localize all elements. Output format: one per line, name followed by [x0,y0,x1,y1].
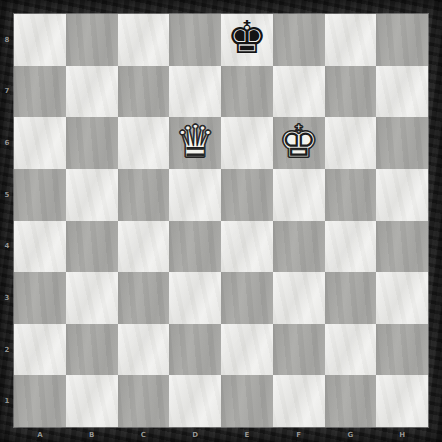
white-queen[interactable]: ♛ [175,119,215,164]
square-a8[interactable] [14,14,66,66]
square-h2[interactable] [376,324,428,376]
file-labels: ABCDEFGH [14,427,428,442]
square-b4[interactable] [66,221,118,273]
square-e5[interactable] [221,169,273,221]
square-g8[interactable] [325,14,377,66]
square-f3[interactable] [273,272,325,324]
square-a3[interactable] [14,272,66,324]
square-e4[interactable] [221,221,273,273]
square-h3[interactable] [376,272,428,324]
square-b8[interactable] [66,14,118,66]
square-c1[interactable] [118,375,170,427]
square-g7[interactable] [325,66,377,118]
rank-label-5: 5 [0,169,14,221]
square-g2[interactable] [325,324,377,376]
square-f1[interactable] [273,375,325,427]
file-label-e: E [221,427,273,442]
rank-label-7: 7 [0,66,14,118]
rank-label-1: 1 [0,375,14,427]
rank-label-4: 4 [0,221,14,273]
square-e1[interactable] [221,375,273,427]
square-e8[interactable]: ♚ [221,14,273,66]
rank-labels: 87654321 [0,14,14,427]
square-d7[interactable] [169,66,221,118]
square-f8[interactable] [273,14,325,66]
file-label-h: H [376,427,428,442]
square-h5[interactable] [376,169,428,221]
square-g6[interactable] [325,117,377,169]
square-d8[interactable] [169,14,221,66]
square-h7[interactable] [376,66,428,118]
square-d6[interactable]: ♛ [169,117,221,169]
square-a5[interactable] [14,169,66,221]
white-king[interactable]: ♚ [278,119,318,164]
square-e6[interactable] [221,117,273,169]
chess-board[interactable]: ♚♛♚ [14,14,428,427]
square-e2[interactable] [221,324,273,376]
file-label-a: A [14,427,66,442]
rank-label-8: 8 [0,14,14,66]
square-e7[interactable] [221,66,273,118]
file-label-f: F [273,427,325,442]
square-f7[interactable] [273,66,325,118]
square-b1[interactable] [66,375,118,427]
square-c8[interactable] [118,14,170,66]
rank-label-3: 3 [0,272,14,324]
square-c3[interactable] [118,272,170,324]
square-c2[interactable] [118,324,170,376]
square-d5[interactable] [169,169,221,221]
square-b7[interactable] [66,66,118,118]
square-a7[interactable] [14,66,66,118]
square-b6[interactable] [66,117,118,169]
square-g3[interactable] [325,272,377,324]
square-b3[interactable] [66,272,118,324]
square-c7[interactable] [118,66,170,118]
file-label-b: B [66,427,118,442]
square-f4[interactable] [273,221,325,273]
square-a1[interactable] [14,375,66,427]
square-h8[interactable] [376,14,428,66]
square-f6[interactable]: ♚ [273,117,325,169]
square-h4[interactable] [376,221,428,273]
square-a6[interactable] [14,117,66,169]
square-c5[interactable] [118,169,170,221]
square-a2[interactable] [14,324,66,376]
file-label-g: G [325,427,377,442]
square-g1[interactable] [325,375,377,427]
square-d4[interactable] [169,221,221,273]
square-g4[interactable] [325,221,377,273]
file-label-d: D [169,427,221,442]
square-f2[interactable] [273,324,325,376]
square-c4[interactable] [118,221,170,273]
file-label-c: C [118,427,170,442]
rank-label-2: 2 [0,324,14,376]
square-h1[interactable] [376,375,428,427]
square-d3[interactable] [169,272,221,324]
square-b5[interactable] [66,169,118,221]
square-d1[interactable] [169,375,221,427]
rank-label-6: 6 [0,117,14,169]
square-a4[interactable] [14,221,66,273]
square-f5[interactable] [273,169,325,221]
square-h6[interactable] [376,117,428,169]
chessboard-frame: 87654321 ♚♛♚ ABCDEFGH [0,0,442,442]
square-c6[interactable] [118,117,170,169]
square-d2[interactable] [169,324,221,376]
square-e3[interactable] [221,272,273,324]
square-g5[interactable] [325,169,377,221]
black-king[interactable]: ♚ [227,15,267,60]
square-b2[interactable] [66,324,118,376]
